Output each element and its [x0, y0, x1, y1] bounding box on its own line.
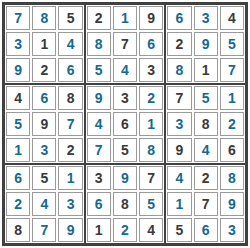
sudoku-cell[interactable]: 5: [167, 218, 191, 242]
sudoku-cell[interactable]: 4: [167, 166, 191, 190]
sudoku-cell[interactable]: 1: [194, 58, 218, 82]
sudoku-board: 7853149262198765436342958174685971329324…: [2, 2, 248, 246]
sudoku-cell[interactable]: 2: [194, 166, 218, 190]
sudoku-cell[interactable]: 2: [87, 6, 111, 30]
sudoku-cell[interactable]: 2: [220, 112, 244, 136]
sudoku-cell[interactable]: 3: [194, 6, 218, 30]
sudoku-cell[interactable]: 6: [167, 6, 191, 30]
sudoku-cell[interactable]: 9: [139, 6, 163, 30]
sudoku-cell[interactable]: 6: [6, 166, 30, 190]
sudoku-cell[interactable]: 6: [139, 32, 163, 56]
sudoku-cell[interactable]: 9: [194, 32, 218, 56]
sudoku-cell[interactable]: 6: [32, 86, 56, 110]
sudoku-cell[interactable]: 5: [32, 166, 56, 190]
sudoku-cell[interactable]: 4: [113, 58, 137, 82]
sudoku-cell[interactable]: 6: [194, 218, 218, 242]
sudoku-cell[interactable]: 3: [87, 166, 111, 190]
sudoku-cell[interactable]: 8: [6, 218, 30, 242]
sudoku-cell[interactable]: 2: [6, 192, 30, 216]
sudoku-cell[interactable]: 7: [220, 58, 244, 82]
sudoku-cell[interactable]: 2: [167, 32, 191, 56]
sudoku-cell[interactable]: 7: [58, 112, 82, 136]
sudoku-cell[interactable]: 8: [220, 166, 244, 190]
sudoku-cell[interactable]: 2: [58, 138, 82, 162]
sudoku-cell[interactable]: 2: [32, 58, 56, 82]
sudoku-cell[interactable]: 4: [58, 32, 82, 56]
sudoku-cell[interactable]: 3: [220, 218, 244, 242]
sudoku-cell[interactable]: 8: [194, 112, 218, 136]
sudoku-cell[interactable]: 3: [139, 58, 163, 82]
sudoku-cell[interactable]: 1: [58, 166, 82, 190]
sudoku-cell[interactable]: 8: [32, 6, 56, 30]
sudoku-cell[interactable]: 7: [32, 218, 56, 242]
sudoku-cell[interactable]: 1: [167, 192, 191, 216]
sudoku-cell[interactable]: 5: [139, 192, 163, 216]
sudoku-cell[interactable]: 6: [113, 112, 137, 136]
sudoku-cell[interactable]: 2: [139, 86, 163, 110]
sudoku-box: 651243879: [4, 164, 85, 244]
sudoku-box: 219876543: [85, 4, 166, 84]
sudoku-cell[interactable]: 1: [87, 218, 111, 242]
sudoku-cell[interactable]: 4: [194, 138, 218, 162]
sudoku-cell[interactable]: 6: [87, 192, 111, 216]
sudoku-box: 428179563: [165, 164, 246, 244]
sudoku-cell[interactable]: 1: [220, 86, 244, 110]
sudoku-cell[interactable]: 8: [58, 86, 82, 110]
sudoku-cell[interactable]: 1: [6, 138, 30, 162]
sudoku-box: 785314926: [4, 4, 85, 84]
sudoku-cell[interactable]: 5: [220, 32, 244, 56]
sudoku-cell[interactable]: 9: [113, 166, 137, 190]
sudoku-cell[interactable]: 9: [87, 86, 111, 110]
sudoku-cell[interactable]: 5: [87, 58, 111, 82]
sudoku-cell[interactable]: 3: [58, 192, 82, 216]
sudoku-cell[interactable]: 4: [6, 86, 30, 110]
sudoku-cell[interactable]: 6: [58, 58, 82, 82]
sudoku-cell[interactable]: 8: [87, 32, 111, 56]
sudoku-cell[interactable]: 5: [58, 6, 82, 30]
sudoku-cell[interactable]: 1: [32, 32, 56, 56]
sudoku-cell[interactable]: 1: [113, 6, 137, 30]
sudoku-box: 397685124: [85, 164, 166, 244]
sudoku-box: 751382946: [165, 84, 246, 164]
sudoku-cell[interactable]: 4: [87, 112, 111, 136]
sudoku-cell[interactable]: 9: [6, 58, 30, 82]
sudoku-cell[interactable]: 7: [6, 6, 30, 30]
sudoku-cell[interactable]: 2: [113, 218, 137, 242]
sudoku-cell[interactable]: 5: [6, 112, 30, 136]
sudoku-cell[interactable]: 9: [220, 192, 244, 216]
sudoku-cell[interactable]: 7: [87, 138, 111, 162]
sudoku-cell[interactable]: 6: [220, 138, 244, 162]
sudoku-cell[interactable]: 4: [220, 6, 244, 30]
sudoku-cell[interactable]: 7: [167, 86, 191, 110]
sudoku-box: 468597132: [4, 84, 85, 164]
sudoku-cell[interactable]: 9: [167, 138, 191, 162]
sudoku-cell[interactable]: 3: [167, 112, 191, 136]
sudoku-cell[interactable]: 3: [6, 32, 30, 56]
sudoku-cell[interactable]: 7: [139, 166, 163, 190]
sudoku-cell[interactable]: 3: [113, 86, 137, 110]
sudoku-cell[interactable]: 7: [194, 192, 218, 216]
sudoku-cell[interactable]: 3: [32, 138, 56, 162]
sudoku-cell[interactable]: 9: [32, 112, 56, 136]
sudoku-cell[interactable]: 4: [32, 192, 56, 216]
sudoku-box: 932461758: [85, 84, 166, 164]
sudoku-box: 634295817: [165, 4, 246, 84]
sudoku-cell[interactable]: 5: [194, 86, 218, 110]
sudoku-cell[interactable]: 8: [113, 192, 137, 216]
sudoku-cell[interactable]: 5: [113, 138, 137, 162]
sudoku-cell[interactable]: 8: [139, 138, 163, 162]
sudoku-cell[interactable]: 9: [58, 218, 82, 242]
sudoku-cell[interactable]: 4: [139, 218, 163, 242]
sudoku-cell[interactable]: 7: [113, 32, 137, 56]
sudoku-cell[interactable]: 8: [167, 58, 191, 82]
sudoku-cell[interactable]: 1: [139, 112, 163, 136]
